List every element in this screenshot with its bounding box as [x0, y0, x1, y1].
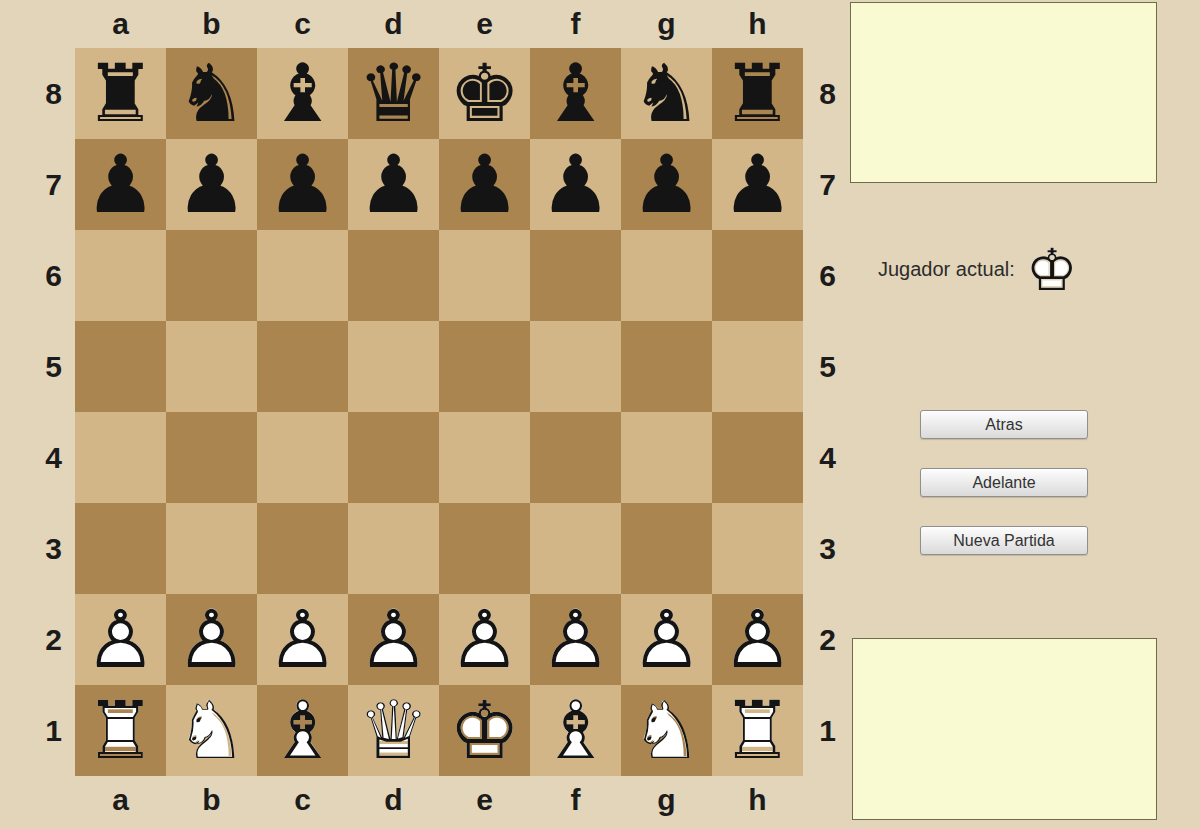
square-e2[interactable]: ♟♙ — [439, 594, 530, 685]
square-d1[interactable]: ♛♕ — [348, 685, 439, 776]
square-b6[interactable] — [166, 230, 257, 321]
rank-label-7: 7 — [805, 139, 850, 230]
black-pawn-icon: ♟ — [439, 139, 530, 230]
square-h7[interactable]: ♟ — [712, 139, 803, 230]
square-c4[interactable] — [257, 412, 348, 503]
square-c8[interactable]: ♝ — [257, 48, 348, 139]
white-pawn-icon: ♟♙ — [621, 594, 712, 685]
square-f3[interactable] — [530, 503, 621, 594]
rank-label-5: 5 — [805, 321, 850, 412]
square-e5[interactable] — [439, 321, 530, 412]
black-pawn-icon: ♟ — [712, 139, 803, 230]
white-bishop-icon: ♝♗ — [257, 685, 348, 776]
file-label-e: e — [439, 776, 530, 829]
white-pawn-icon: ♟♙ — [348, 594, 439, 685]
black-bishop-icon: ♝ — [257, 48, 348, 139]
rank-label-2: 2 — [805, 594, 850, 685]
square-f5[interactable] — [530, 321, 621, 412]
white-queen-icon: ♛♕ — [348, 685, 439, 776]
black-pawn-icon: ♟ — [166, 139, 257, 230]
white-bishop-icon: ♝♗ — [530, 685, 621, 776]
square-h3[interactable] — [712, 503, 803, 594]
square-e6[interactable] — [439, 230, 530, 321]
white-pawn-icon: ♟♙ — [166, 594, 257, 685]
black-rook-icon: ♜ — [712, 48, 803, 139]
square-c6[interactable] — [257, 230, 348, 321]
square-d8[interactable]: ♛ — [348, 48, 439, 139]
chess-app-window: abcdefgh 87654321 ♜♞♝♛♚♝♞♜♟♟♟♟♟♟♟♟♟♙♟♙♟♙… — [0, 0, 1200, 829]
white-king-icon: ♚♔ — [1021, 232, 1083, 306]
black-knight-icon: ♞ — [166, 48, 257, 139]
square-a6[interactable] — [75, 230, 166, 321]
square-h5[interactable] — [712, 321, 803, 412]
square-a8[interactable]: ♜ — [75, 48, 166, 139]
current-player-row: Jugador actual: ♚♔ — [878, 232, 1083, 306]
square-f8[interactable]: ♝ — [530, 48, 621, 139]
square-d7[interactable]: ♟ — [348, 139, 439, 230]
square-a3[interactable] — [75, 503, 166, 594]
rank-label-1: 1 — [805, 685, 850, 776]
rank-label-4: 4 — [805, 412, 850, 503]
button-stack: Atras Adelante Nueva Partida — [920, 410, 1088, 555]
square-e1[interactable]: ♚♔ — [439, 685, 530, 776]
white-king-icon: ♚♔ — [439, 685, 530, 776]
rank-labels-right: 87654321 — [805, 48, 850, 776]
black-bishop-icon: ♝ — [530, 48, 621, 139]
rank-label-4: 4 — [0, 412, 75, 503]
square-g4[interactable] — [621, 412, 712, 503]
square-g6[interactable] — [621, 230, 712, 321]
rank-label-8: 8 — [0, 48, 75, 139]
file-label-d: d — [348, 776, 439, 829]
rank-label-6: 6 — [0, 230, 75, 321]
file-label-b: b — [166, 0, 257, 48]
file-label-c: c — [257, 776, 348, 829]
file-label-f: f — [530, 0, 621, 48]
game-log-bottom-textarea[interactable] — [852, 638, 1157, 820]
square-g8[interactable]: ♞ — [621, 48, 712, 139]
chess-board: ♜♞♝♛♚♝♞♜♟♟♟♟♟♟♟♟♟♙♟♙♟♙♟♙♟♙♟♙♟♙♟♙♜♖♞♘♝♗♛♕… — [75, 48, 803, 776]
square-d5[interactable] — [348, 321, 439, 412]
square-a5[interactable] — [75, 321, 166, 412]
square-a2[interactable]: ♟♙ — [75, 594, 166, 685]
square-e7[interactable]: ♟ — [439, 139, 530, 230]
square-g2[interactable]: ♟♙ — [621, 594, 712, 685]
black-pawn-icon: ♟ — [348, 139, 439, 230]
square-d3[interactable] — [348, 503, 439, 594]
white-pawn-icon: ♟♙ — [712, 594, 803, 685]
square-e3[interactable] — [439, 503, 530, 594]
game-log-top-textarea[interactable] — [850, 2, 1157, 183]
square-g3[interactable] — [621, 503, 712, 594]
square-h4[interactable] — [712, 412, 803, 503]
square-c3[interactable] — [257, 503, 348, 594]
square-b2[interactable]: ♟♙ — [166, 594, 257, 685]
white-pawn-icon: ♟♙ — [530, 594, 621, 685]
black-rook-icon: ♜ — [75, 48, 166, 139]
square-b7[interactable]: ♟ — [166, 139, 257, 230]
square-a1[interactable]: ♜♖ — [75, 685, 166, 776]
file-labels-bottom: abcdefgh — [75, 776, 803, 829]
square-b5[interactable] — [166, 321, 257, 412]
square-g5[interactable] — [621, 321, 712, 412]
file-label-g: g — [621, 0, 712, 48]
square-f2[interactable]: ♟♙ — [530, 594, 621, 685]
square-f1[interactable]: ♝♗ — [530, 685, 621, 776]
rank-label-6: 6 — [805, 230, 850, 321]
square-a4[interactable] — [75, 412, 166, 503]
square-e8[interactable]: ♚ — [439, 48, 530, 139]
white-rook-icon: ♜♖ — [712, 685, 803, 776]
black-pawn-icon: ♟ — [530, 139, 621, 230]
square-c1[interactable]: ♝♗ — [257, 685, 348, 776]
black-knight-icon: ♞ — [621, 48, 712, 139]
file-label-a: a — [75, 0, 166, 48]
file-label-c: c — [257, 0, 348, 48]
square-d4[interactable] — [348, 412, 439, 503]
file-label-d: d — [348, 0, 439, 48]
square-e4[interactable] — [439, 412, 530, 503]
square-h8[interactable]: ♜ — [712, 48, 803, 139]
rank-label-7: 7 — [0, 139, 75, 230]
file-label-g: g — [621, 776, 712, 829]
black-king-icon: ♚ — [439, 48, 530, 139]
back-button[interactable]: Atras — [920, 410, 1088, 439]
square-f6[interactable] — [530, 230, 621, 321]
white-rook-icon: ♜♖ — [75, 685, 166, 776]
square-b3[interactable] — [166, 503, 257, 594]
square-b8[interactable]: ♞ — [166, 48, 257, 139]
square-g7[interactable]: ♟ — [621, 139, 712, 230]
file-label-h: h — [712, 0, 803, 48]
forward-button[interactable]: Adelante — [920, 468, 1088, 497]
current-player-label: Jugador actual: — [878, 258, 1015, 281]
rank-label-2: 2 — [0, 594, 75, 685]
square-d2[interactable]: ♟♙ — [348, 594, 439, 685]
square-c5[interactable] — [257, 321, 348, 412]
square-f7[interactable]: ♟ — [530, 139, 621, 230]
square-c2[interactable]: ♟♙ — [257, 594, 348, 685]
square-h2[interactable]: ♟♙ — [712, 594, 803, 685]
square-c7[interactable]: ♟ — [257, 139, 348, 230]
black-queen-icon: ♛ — [348, 48, 439, 139]
file-label-h: h — [712, 776, 803, 829]
square-d6[interactable] — [348, 230, 439, 321]
rank-labels-left: 87654321 — [0, 48, 75, 776]
black-pawn-icon: ♟ — [257, 139, 348, 230]
white-pawn-icon: ♟♙ — [75, 594, 166, 685]
rank-label-3: 3 — [805, 503, 850, 594]
rank-label-8: 8 — [805, 48, 850, 139]
file-label-a: a — [75, 776, 166, 829]
white-knight-icon: ♞♘ — [166, 685, 257, 776]
square-h6[interactable] — [712, 230, 803, 321]
white-pawn-icon: ♟♙ — [439, 594, 530, 685]
file-label-b: b — [166, 776, 257, 829]
file-label-f: f — [530, 776, 621, 829]
black-pawn-icon: ♟ — [75, 139, 166, 230]
rank-label-1: 1 — [0, 685, 75, 776]
new-game-button[interactable]: Nueva Partida — [920, 526, 1088, 555]
rank-label-5: 5 — [0, 321, 75, 412]
square-g1[interactable]: ♞♘ — [621, 685, 712, 776]
black-pawn-icon: ♟ — [621, 139, 712, 230]
square-b4[interactable] — [166, 412, 257, 503]
file-labels-top: abcdefgh — [75, 0, 803, 48]
square-a7[interactable]: ♟ — [75, 139, 166, 230]
square-f4[interactable] — [530, 412, 621, 503]
file-label-e: e — [439, 0, 530, 48]
white-pawn-icon: ♟♙ — [257, 594, 348, 685]
rank-label-3: 3 — [0, 503, 75, 594]
square-h1[interactable]: ♜♖ — [712, 685, 803, 776]
square-b1[interactable]: ♞♘ — [166, 685, 257, 776]
white-knight-icon: ♞♘ — [621, 685, 712, 776]
